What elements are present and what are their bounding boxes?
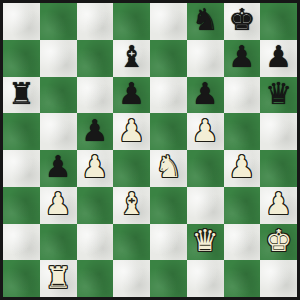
square-c3[interactable] — [77, 187, 114, 224]
square-h2[interactable]: ♚ — [260, 224, 297, 261]
square-g8[interactable]: ♚ — [224, 3, 261, 40]
square-h8[interactable] — [260, 3, 297, 40]
square-h4[interactable] — [260, 150, 297, 187]
square-a4[interactable] — [3, 150, 40, 187]
square-f3[interactable] — [187, 187, 224, 224]
square-b7[interactable] — [40, 40, 77, 77]
piece-white-pawn[interactable]: ♟ — [81, 152, 108, 182]
square-g3[interactable] — [224, 187, 261, 224]
square-b4[interactable]: ♟ — [40, 150, 77, 187]
square-f1[interactable] — [187, 260, 224, 297]
square-f7[interactable] — [187, 40, 224, 77]
square-a1[interactable] — [3, 260, 40, 297]
square-d3[interactable]: ♝ — [113, 187, 150, 224]
chess-board: ♞♚♝♟♟♜♟♟♛♟♟♟♟♟♞♟♟♝♟♛♚♜ — [0, 0, 300, 300]
square-c6[interactable] — [77, 77, 114, 114]
piece-black-queen[interactable]: ♛ — [265, 79, 292, 109]
square-d8[interactable] — [113, 3, 150, 40]
square-a7[interactable] — [3, 40, 40, 77]
square-g4[interactable]: ♟ — [224, 150, 261, 187]
square-a8[interactable] — [3, 3, 40, 40]
piece-black-pawn[interactable]: ♟ — [81, 116, 108, 146]
square-f5[interactable]: ♟ — [187, 113, 224, 150]
square-a5[interactable] — [3, 113, 40, 150]
square-d7[interactable]: ♝ — [113, 40, 150, 77]
piece-white-pawn[interactable]: ♟ — [118, 116, 145, 146]
square-f4[interactable] — [187, 150, 224, 187]
square-f6[interactable]: ♟ — [187, 77, 224, 114]
square-g1[interactable] — [224, 260, 261, 297]
square-f2[interactable]: ♛ — [187, 224, 224, 261]
square-g6[interactable] — [224, 77, 261, 114]
piece-white-pawn[interactable]: ♟ — [192, 116, 219, 146]
piece-white-bishop[interactable]: ♝ — [118, 189, 145, 219]
square-d5[interactable]: ♟ — [113, 113, 150, 150]
square-g7[interactable]: ♟ — [224, 40, 261, 77]
chess-diagram: ♞♚♝♟♟♜♟♟♛♟♟♟♟♟♞♟♟♝♟♛♚♜ — [0, 0, 300, 300]
square-c7[interactable] — [77, 40, 114, 77]
piece-black-pawn[interactable]: ♟ — [265, 42, 292, 72]
square-h7[interactable]: ♟ — [260, 40, 297, 77]
piece-black-pawn[interactable]: ♟ — [45, 152, 72, 182]
square-c1[interactable] — [77, 260, 114, 297]
piece-black-pawn[interactable]: ♟ — [192, 79, 219, 109]
square-b5[interactable] — [40, 113, 77, 150]
square-e8[interactable] — [150, 3, 187, 40]
square-g2[interactable] — [224, 224, 261, 261]
square-h1[interactable] — [260, 260, 297, 297]
square-e3[interactable] — [150, 187, 187, 224]
square-b1[interactable]: ♜ — [40, 260, 77, 297]
square-d2[interactable] — [113, 224, 150, 261]
square-a2[interactable] — [3, 224, 40, 261]
piece-white-rook[interactable]: ♜ — [45, 263, 72, 293]
piece-black-king[interactable]: ♚ — [228, 5, 255, 35]
square-d4[interactable] — [113, 150, 150, 187]
piece-white-pawn[interactable]: ♟ — [265, 189, 292, 219]
piece-white-knight[interactable]: ♞ — [155, 152, 182, 182]
square-a3[interactable] — [3, 187, 40, 224]
piece-white-pawn[interactable]: ♟ — [45, 189, 72, 219]
piece-black-knight[interactable]: ♞ — [192, 5, 219, 35]
piece-black-pawn[interactable]: ♟ — [228, 42, 255, 72]
square-b3[interactable]: ♟ — [40, 187, 77, 224]
square-c4[interactable]: ♟ — [77, 150, 114, 187]
square-b6[interactable] — [40, 77, 77, 114]
square-e2[interactable] — [150, 224, 187, 261]
piece-white-queen[interactable]: ♛ — [192, 226, 219, 256]
square-h3[interactable]: ♟ — [260, 187, 297, 224]
square-d1[interactable] — [113, 260, 150, 297]
square-e5[interactable] — [150, 113, 187, 150]
square-c8[interactable] — [77, 3, 114, 40]
square-h6[interactable]: ♛ — [260, 77, 297, 114]
square-e6[interactable] — [150, 77, 187, 114]
square-e4[interactable]: ♞ — [150, 150, 187, 187]
square-e7[interactable] — [150, 40, 187, 77]
square-b2[interactable] — [40, 224, 77, 261]
square-c2[interactable] — [77, 224, 114, 261]
square-b8[interactable] — [40, 3, 77, 40]
piece-black-bishop[interactable]: ♝ — [118, 42, 145, 72]
square-f8[interactable]: ♞ — [187, 3, 224, 40]
square-a6[interactable]: ♜ — [3, 77, 40, 114]
square-e1[interactable] — [150, 260, 187, 297]
piece-white-king[interactable]: ♚ — [265, 226, 292, 256]
piece-black-pawn[interactable]: ♟ — [118, 79, 145, 109]
square-h5[interactable] — [260, 113, 297, 150]
square-g5[interactable] — [224, 113, 261, 150]
piece-black-rook[interactable]: ♜ — [8, 79, 35, 109]
square-d6[interactable]: ♟ — [113, 77, 150, 114]
piece-white-pawn[interactable]: ♟ — [228, 152, 255, 182]
square-c5[interactable]: ♟ — [77, 113, 114, 150]
